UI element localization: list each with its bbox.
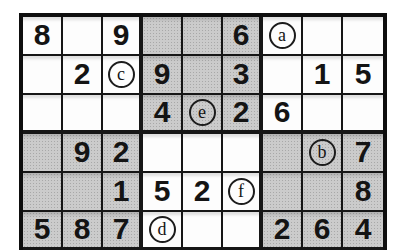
cell-r1c9[interactable] bbox=[343, 17, 383, 56]
cell-r3c4[interactable]: 4 bbox=[143, 95, 183, 134]
cell-r1c7[interactable]: a bbox=[263, 17, 303, 56]
cell-r4c2[interactable]: 9 bbox=[63, 134, 103, 173]
given-digit: 5 bbox=[355, 59, 372, 89]
given-digit: 4 bbox=[355, 214, 372, 244]
cell-r1c1[interactable]: 8 bbox=[23, 17, 63, 56]
cell-r2c2[interactable]: 2 bbox=[63, 56, 103, 95]
cell-r1c6[interactable]: 6 bbox=[223, 17, 263, 56]
cell-r6c6[interactable] bbox=[223, 212, 263, 250]
circled-letter-c: c bbox=[108, 61, 135, 88]
given-digit: 2 bbox=[274, 214, 291, 244]
cell-r5c7[interactable] bbox=[263, 173, 303, 212]
cell-r3c2[interactable] bbox=[63, 95, 103, 134]
cell-r6c8[interactable]: 6 bbox=[303, 212, 343, 250]
cell-r4c4[interactable] bbox=[143, 134, 183, 173]
cell-r5c8[interactable] bbox=[303, 173, 343, 212]
cell-r4c1[interactable] bbox=[23, 134, 63, 173]
cell-r5c9[interactable]: 8 bbox=[343, 173, 383, 212]
cell-r2c8[interactable]: 1 bbox=[303, 56, 343, 95]
given-digit: 4 bbox=[154, 97, 171, 127]
cell-r2c9[interactable]: 5 bbox=[343, 56, 383, 95]
given-digit: 6 bbox=[274, 97, 291, 127]
cell-r1c3[interactable]: 9 bbox=[103, 17, 143, 56]
cell-r6c5[interactable] bbox=[183, 212, 223, 250]
circled-letter-b: b bbox=[309, 139, 336, 166]
cell-r3c8[interactable] bbox=[303, 95, 343, 134]
cell-r6c4[interactable]: d bbox=[143, 212, 183, 250]
cell-r6c3[interactable]: 7 bbox=[103, 212, 143, 250]
cell-r4c9[interactable]: 7 bbox=[343, 134, 383, 173]
cell-r5c2[interactable] bbox=[63, 173, 103, 212]
cell-r2c6[interactable]: 3 bbox=[223, 56, 263, 95]
cell-r4c6[interactable] bbox=[223, 134, 263, 173]
given-digit: 9 bbox=[154, 59, 171, 89]
sudoku-page: 896a2c93154e2692b7152f8587d264 bbox=[0, 0, 400, 250]
cell-r4c3[interactable]: 2 bbox=[103, 134, 143, 173]
cell-r3c5[interactable]: e bbox=[183, 95, 223, 134]
given-digit: 2 bbox=[74, 59, 91, 89]
cell-r6c9[interactable]: 4 bbox=[343, 212, 383, 250]
given-digit: 1 bbox=[314, 59, 331, 89]
cell-r6c2[interactable]: 8 bbox=[63, 212, 103, 250]
cell-r2c7[interactable] bbox=[263, 56, 303, 95]
cell-r2c4[interactable]: 9 bbox=[143, 56, 183, 95]
cell-r3c9[interactable] bbox=[343, 95, 383, 134]
given-digit: 2 bbox=[113, 137, 130, 167]
given-digit: 5 bbox=[154, 176, 171, 206]
given-digit: 3 bbox=[233, 59, 250, 89]
cell-r2c1[interactable] bbox=[23, 56, 63, 95]
given-digit: 9 bbox=[74, 137, 91, 167]
given-digit: 8 bbox=[74, 214, 91, 244]
cell-r4c8[interactable]: b bbox=[303, 134, 343, 173]
circled-letter-a: a bbox=[269, 22, 296, 49]
cell-r3c3[interactable] bbox=[103, 95, 143, 134]
cell-r1c4[interactable] bbox=[143, 17, 183, 56]
cell-r6c1[interactable]: 5 bbox=[23, 212, 63, 250]
given-digit: 9 bbox=[113, 20, 130, 50]
cell-r5c4[interactable]: 5 bbox=[143, 173, 183, 212]
given-digit: 2 bbox=[194, 176, 211, 206]
given-digit: 8 bbox=[355, 176, 372, 206]
given-digit: 6 bbox=[233, 20, 250, 50]
cell-r5c5[interactable]: 2 bbox=[183, 173, 223, 212]
given-digit: 2 bbox=[233, 97, 250, 127]
sudoku-board: 896a2c93154e2692b7152f8587d264 bbox=[19, 13, 387, 250]
cell-r1c2[interactable] bbox=[63, 17, 103, 56]
cell-r6c7[interactable]: 2 bbox=[263, 212, 303, 250]
cell-r3c1[interactable] bbox=[23, 95, 63, 134]
cell-r5c3[interactable]: 1 bbox=[103, 173, 143, 212]
cell-r1c5[interactable] bbox=[183, 17, 223, 56]
circled-letter-d: d bbox=[149, 216, 176, 243]
cell-r5c1[interactable] bbox=[23, 173, 63, 212]
cell-r3c7[interactable]: 6 bbox=[263, 95, 303, 134]
cell-r2c3[interactable]: c bbox=[103, 56, 143, 95]
cell-r4c7[interactable] bbox=[263, 134, 303, 173]
given-digit: 6 bbox=[314, 214, 331, 244]
given-digit: 7 bbox=[113, 214, 130, 244]
cell-r4c5[interactable] bbox=[183, 134, 223, 173]
cell-r3c6[interactable]: 2 bbox=[223, 95, 263, 134]
circled-letter-e: e bbox=[189, 99, 216, 126]
given-digit: 5 bbox=[34, 214, 51, 244]
given-digit: 1 bbox=[113, 176, 130, 206]
cell-r5c6[interactable]: f bbox=[223, 173, 263, 212]
cell-r1c8[interactable] bbox=[303, 17, 343, 56]
cell-r2c5[interactable] bbox=[183, 56, 223, 95]
given-digit: 7 bbox=[355, 137, 372, 167]
circled-letter-f: f bbox=[228, 178, 255, 205]
given-digit: 8 bbox=[34, 20, 51, 50]
